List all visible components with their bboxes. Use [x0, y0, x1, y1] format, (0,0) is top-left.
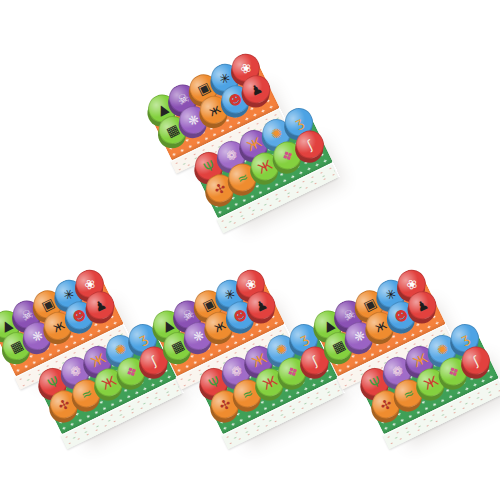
- grasshopper-icon: Ψ: [46, 374, 61, 390]
- butterfly-icon: Ж: [245, 135, 263, 153]
- bug-icon: ❖: [445, 363, 461, 380]
- crab-icon: Ж: [100, 374, 118, 392]
- moth-icon: ❁: [224, 147, 240, 163]
- seahorse-icon: ʒ: [459, 331, 471, 346]
- caterpillar-icon: ≈: [235, 169, 251, 185]
- bug-icon: ❖: [123, 363, 139, 380]
- product-grid: ▲☠▣✳❀▦❋ж☻♟Ψ❁Ж✺ʒ✣≈Ж❖ʃ▲☠▣✳❀▦❋ж☻♟Ψ❁Ж✺ʒ✣≈Ж❖ʃ…: [0, 0, 500, 500]
- butterfly-icon: Ж: [250, 351, 268, 369]
- moth-icon: ❁: [390, 363, 406, 379]
- stamp-set-photo-3: ▲☠▣✳❀▦❋ж☻♟Ψ❁Ж✺ʒ✣≈Ж❖ʃ: [163, 268, 339, 440]
- vampire-icon: ♟: [253, 297, 269, 314]
- stamp-set-photo-4: ▲☠▣✳❀▦❋ж☻♟Ψ❁Ж✺ʒ✣≈Ж❖ʃ: [324, 268, 500, 440]
- vampire-icon: ♟: [248, 81, 264, 98]
- seahorse-icon: ʒ: [137, 331, 149, 346]
- grasshopper-icon: Ψ: [202, 158, 217, 174]
- crab-icon: Ж: [422, 374, 440, 392]
- grasshopper-icon: Ψ: [368, 374, 383, 390]
- caterpillar-icon: ≈: [240, 385, 256, 401]
- moth-icon: ❁: [68, 363, 84, 379]
- vampire-icon: ♟: [414, 297, 430, 314]
- vampire-icon: ♟: [92, 297, 108, 314]
- beetle-icon: ✣: [56, 396, 72, 412]
- beetle-icon: ✣: [212, 180, 228, 196]
- dragonfly-icon: ✺: [274, 341, 290, 357]
- crab-icon: Ж: [261, 374, 279, 392]
- caterpillar-icon: ≈: [79, 385, 95, 401]
- paw-flower-icon: ❀: [238, 60, 254, 76]
- caterpillar-icon: ≈: [401, 385, 417, 401]
- stamp-set-photo-2: ▲☠▣✳❀▦❋ж☻♟Ψ❁Ж✺ʒ✣≈Ж❖ʃ: [2, 268, 178, 440]
- seahorse-icon: ʒ: [293, 115, 305, 130]
- shrimp-icon: ʃ: [305, 138, 315, 152]
- stamp-set-photo-1: ▲☠▣✳❀▦❋ж☻♟Ψ❁Ж✺ʒ✣≈Ж❖ʃ: [158, 52, 334, 224]
- bug-icon: ❖: [284, 363, 300, 380]
- crab-icon: Ж: [256, 158, 274, 176]
- dragonfly-icon: ✺: [435, 341, 451, 357]
- shrimp-icon: ʃ: [149, 354, 159, 368]
- grasshopper-icon: Ψ: [207, 374, 222, 390]
- butterfly-icon: Ж: [89, 351, 107, 369]
- moth-icon: ❁: [229, 363, 245, 379]
- shrimp-icon: ʃ: [310, 354, 320, 368]
- paw-flower-icon: ❀: [243, 276, 259, 292]
- bug-icon: ❖: [279, 147, 295, 164]
- paw-flower-icon: ❀: [404, 276, 420, 292]
- beetle-icon: ✣: [378, 396, 394, 412]
- dragonfly-icon: ✺: [269, 125, 285, 141]
- shrimp-icon: ʃ: [471, 354, 481, 368]
- seahorse-icon: ʒ: [298, 331, 310, 346]
- butterfly-icon: Ж: [411, 351, 429, 369]
- paw-flower-icon: ❀: [82, 276, 98, 292]
- beetle-icon: ✣: [217, 396, 233, 412]
- dragonfly-icon: ✺: [113, 341, 129, 357]
